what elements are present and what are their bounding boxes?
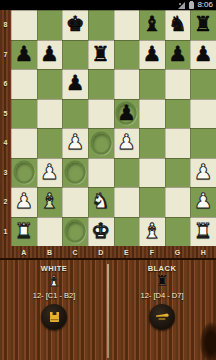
piece-white-knight-d2[interactable]: ♞ (91, 191, 110, 212)
piece-black-knight-g8[interactable]: ♞ (168, 14, 187, 35)
piece-black-pawn-g7[interactable]: ♟ (168, 44, 187, 65)
square-c1[interactable] (62, 217, 88, 247)
square-g8[interactable]: ♞ (165, 10, 191, 40)
square-e5[interactable]: ♟ (114, 99, 140, 129)
square-d8[interactable] (88, 10, 114, 40)
square-c3[interactable] (62, 158, 88, 188)
square-f5[interactable] (139, 99, 165, 129)
piece-white-rook-h1[interactable]: ♜ (194, 221, 213, 242)
move-target-ring-c3[interactable] (65, 161, 86, 184)
piece-white-bishop-f1[interactable]: ♝ (143, 221, 162, 242)
piece-white-pawn-h3[interactable]: ♟ (194, 162, 213, 183)
square-b6[interactable] (37, 69, 63, 99)
piece-white-king-d1[interactable]: ♚ (91, 221, 110, 242)
white-last-moved-piece-icon: ♝ (47, 274, 60, 289)
square-b1[interactable] (37, 217, 63, 247)
black-last-move-text: 12- [D4 - D7] (141, 291, 184, 300)
square-b2[interactable]: ♝ (37, 187, 63, 217)
square-g7[interactable]: ♟ (165, 40, 191, 70)
square-e7[interactable] (114, 40, 140, 70)
square-h2[interactable]: ♟ (190, 187, 216, 217)
battery-icon (189, 2, 194, 9)
file-label-d: D (88, 246, 114, 258)
square-f4[interactable] (139, 128, 165, 158)
square-d3[interactable] (88, 158, 114, 188)
square-g6[interactable] (165, 69, 191, 99)
square-h1[interactable]: ♜ (190, 217, 216, 247)
square-h5[interactable] (190, 99, 216, 129)
piece-black-pawn-h7[interactable]: ♟ (194, 44, 213, 65)
piece-white-pawn-a2[interactable]: ♟ (14, 191, 33, 212)
square-c4[interactable]: ♟ (62, 128, 88, 158)
piece-black-rook-d7[interactable]: ♜ (91, 44, 110, 65)
square-e6[interactable] (114, 69, 140, 99)
piece-black-rook-h8[interactable]: ♜ (194, 14, 213, 35)
square-c7[interactable] (62, 40, 88, 70)
square-a8[interactable] (11, 10, 37, 40)
square-c5[interactable] (62, 99, 88, 129)
file-labels: ABCDEFGH (11, 246, 216, 258)
chess-app-screen: 8:06 87654321 ♚♝♞♜♟♟♜♟♟♟♟♟♟♟♟♟♟♝♞♟♜♚♝♜ A… (0, 0, 216, 360)
move-target-ring-e5[interactable] (116, 102, 137, 125)
rank-label-6: 6 (0, 69, 11, 99)
square-a1[interactable]: ♜ (11, 217, 37, 247)
file-label-e: E (114, 246, 140, 258)
piece-black-pawn-f7[interactable]: ♟ (143, 44, 162, 65)
rank-label-7: 7 (0, 40, 11, 70)
rank-label-1: 1 (0, 217, 11, 247)
square-c2[interactable] (62, 187, 88, 217)
move-target-ring-d4[interactable] (90, 131, 111, 154)
square-f6[interactable] (139, 69, 165, 99)
square-f8[interactable]: ♝ (139, 10, 165, 40)
square-b7[interactable]: ♟ (37, 40, 63, 70)
gold-chest-icon (48, 311, 61, 324)
square-e8[interactable] (114, 10, 140, 40)
file-label-b: B (37, 246, 63, 258)
piece-black-bishop-f8[interactable]: ♝ (143, 14, 162, 35)
square-b4[interactable] (37, 128, 63, 158)
square-g1[interactable] (165, 217, 191, 247)
file-label-g: G (165, 246, 191, 258)
square-e2[interactable] (114, 187, 140, 217)
square-g3[interactable] (165, 158, 191, 188)
square-d6[interactable] (88, 69, 114, 99)
square-c8[interactable]: ♚ (62, 10, 88, 40)
piece-white-pawn-c4[interactable]: ♟ (66, 132, 85, 153)
white-player-button[interactable] (41, 304, 67, 330)
piece-white-rook-a1[interactable]: ♜ (14, 221, 33, 242)
square-b5[interactable] (37, 99, 63, 129)
file-label-c: C (62, 246, 88, 258)
square-a4[interactable] (11, 128, 37, 158)
piece-black-pawn-a7[interactable]: ♟ (14, 44, 33, 65)
chess-board: 87654321 ♚♝♞♜♟♟♜♟♟♟♟♟♟♟♟♟♟♝♞♟♜♚♝♜ ABCDEF… (0, 10, 216, 258)
rank-labels: 87654321 (0, 10, 11, 246)
piece-white-pawn-e4[interactable]: ♟ (117, 132, 136, 153)
square-d7[interactable]: ♜ (88, 40, 114, 70)
white-last-move-text: 12- [C1 - B2] (33, 291, 76, 300)
piece-white-bishop-b2[interactable]: ♝ (40, 191, 59, 212)
square-h7[interactable]: ♟ (190, 40, 216, 70)
square-b8[interactable] (37, 10, 63, 40)
square-g2[interactable] (165, 187, 191, 217)
square-h4[interactable] (190, 128, 216, 158)
square-f2[interactable] (139, 187, 165, 217)
square-a3[interactable] (11, 158, 37, 188)
square-f7[interactable]: ♟ (139, 40, 165, 70)
move-target-ring-c1[interactable] (65, 220, 86, 243)
square-g4[interactable] (165, 128, 191, 158)
square-d2[interactable]: ♞ (88, 187, 114, 217)
square-d1[interactable]: ♚ (88, 217, 114, 247)
signal-icon (178, 2, 186, 9)
rank-label-8: 8 (0, 10, 11, 40)
white-player-panel: WHITE ♝ 12- [C1 - B2] (0, 260, 108, 360)
square-b3[interactable]: ♟ (37, 158, 63, 188)
move-target-ring-a3[interactable] (13, 161, 34, 184)
square-e4[interactable]: ♟ (114, 128, 140, 158)
piece-black-king-c8[interactable]: ♚ (66, 14, 85, 35)
square-h6[interactable] (190, 69, 216, 99)
square-a7[interactable]: ♟ (11, 40, 37, 70)
square-d4[interactable] (88, 128, 114, 158)
black-player-panel: BLACK ♜ 12- [D4 - D7] (108, 260, 216, 360)
file-label-a: A (11, 246, 37, 258)
square-h3[interactable]: ♟ (190, 158, 216, 188)
piece-white-pawn-b3[interactable]: ♟ (40, 162, 59, 183)
square-c6[interactable]: ♟ (62, 69, 88, 99)
rank-label-5: 5 (0, 99, 11, 129)
square-a6[interactable] (11, 69, 37, 99)
square-f3[interactable] (139, 158, 165, 188)
square-a2[interactable]: ♟ (11, 187, 37, 217)
piece-black-pawn-b7[interactable]: ♟ (40, 44, 59, 65)
rank-label-4: 4 (0, 128, 11, 158)
status-bar: 8:06 (0, 0, 216, 10)
rank-label-2: 2 (0, 187, 11, 217)
piece-black-pawn-c6[interactable]: ♟ (66, 73, 85, 94)
square-d5[interactable] (88, 99, 114, 129)
file-label-f: F (139, 246, 165, 258)
black-last-moved-piece-icon: ♜ (155, 274, 168, 289)
file-label-h: H (190, 246, 216, 258)
board-squares: ♚♝♞♜♟♟♜♟♟♟♟♟♟♟♟♟♟♝♞♟♜♚♝♜ (11, 10, 216, 246)
square-h8[interactable]: ♜ (190, 10, 216, 40)
square-a5[interactable] (11, 99, 37, 129)
piece-white-pawn-h2[interactable]: ♟ (194, 191, 213, 212)
square-e3[interactable] (114, 158, 140, 188)
square-e1[interactable] (114, 217, 140, 247)
status-time: 8:06 (197, 0, 213, 10)
rank-label-3: 3 (0, 158, 11, 188)
gold-horn-icon (155, 311, 169, 323)
black-player-button[interactable] (149, 304, 175, 330)
players-panel: WHITE ♝ 12- [C1 - B2] BLACK ♜ 12- [D4 - … (0, 258, 216, 360)
square-f1[interactable]: ♝ (139, 217, 165, 247)
square-g5[interactable] (165, 99, 191, 129)
